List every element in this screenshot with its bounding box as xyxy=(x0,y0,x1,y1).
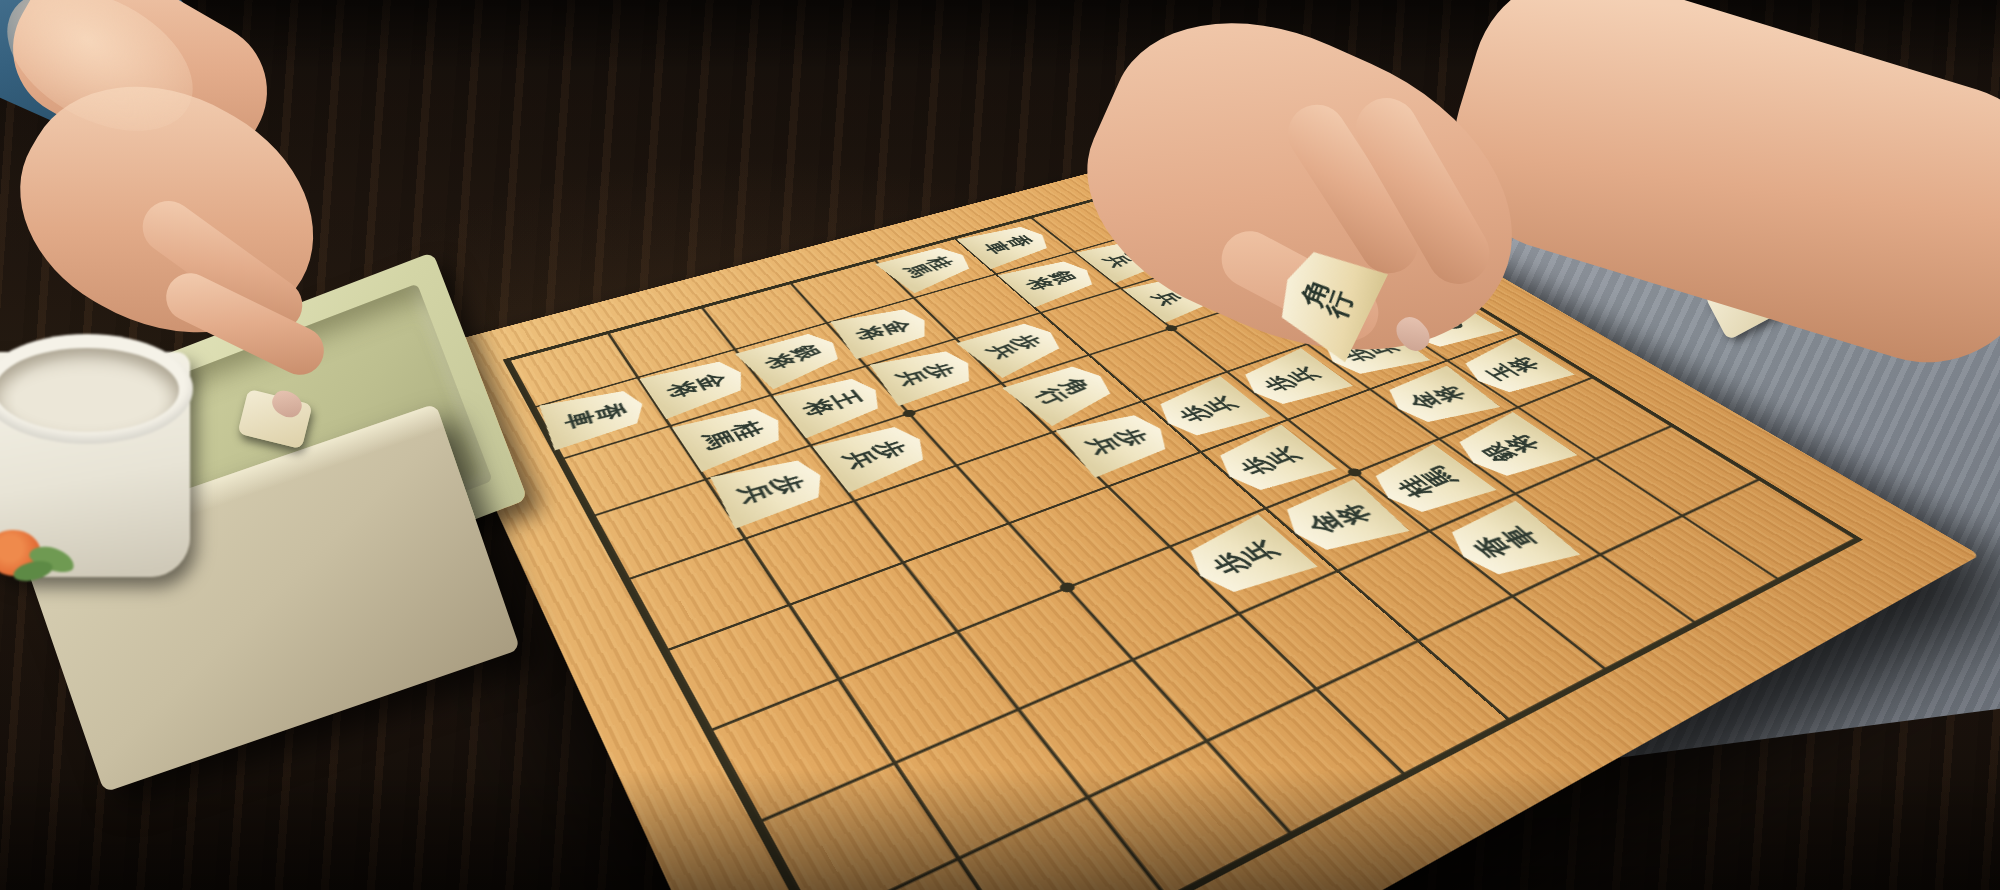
held-piece-kanji: 行 xyxy=(1322,288,1357,323)
right-knuckles xyxy=(0,0,216,160)
right-forearm xyxy=(1427,0,2000,390)
right-player-arm xyxy=(0,0,2000,890)
